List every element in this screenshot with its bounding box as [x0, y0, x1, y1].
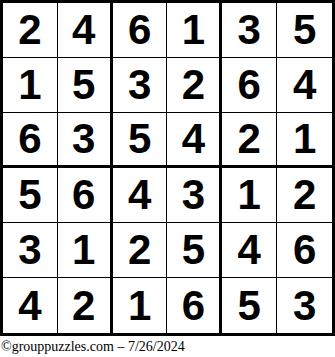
sudoku-cell-r5c1[interactable]: 3	[3, 223, 58, 278]
sudoku-cell-r5c2[interactable]: 1	[58, 223, 113, 278]
sudoku-board: 2 4 6 1 3 5 1 5 3 2 6 4 6 3 5 4 2 1 5 6 …	[0, 0, 335, 336]
sudoku-cell-r1c5[interactable]: 3	[222, 3, 277, 58]
sudoku-cell-r1c1[interactable]: 2	[3, 3, 58, 58]
sudoku-cell-r1c4[interactable]: 1	[167, 3, 222, 58]
sudoku-cell-r6c1[interactable]: 4	[3, 278, 58, 333]
sudoku-cell-r4c4[interactable]: 3	[167, 168, 222, 223]
sudoku-cell-r2c6[interactable]: 4	[277, 58, 332, 113]
sudoku-cell-r3c1[interactable]: 6	[3, 113, 58, 168]
sudoku-cell-r6c3[interactable]: 1	[113, 278, 168, 333]
sudoku-cell-r3c3[interactable]: 5	[113, 113, 168, 168]
sudoku-cell-r2c2[interactable]: 5	[58, 58, 113, 113]
sudoku-cell-r1c2[interactable]: 4	[58, 3, 113, 58]
sudoku-cell-r3c4[interactable]: 4	[167, 113, 222, 168]
sudoku-cell-r5c6[interactable]: 6	[277, 223, 332, 278]
sudoku-cell-r4c3[interactable]: 4	[113, 168, 168, 223]
copyright-caption: ©grouppuzzles.com – 7/26/2024	[1, 339, 185, 355]
sudoku-cell-r1c3[interactable]: 6	[113, 3, 168, 58]
sudoku-cell-r2c1[interactable]: 1	[3, 58, 58, 113]
sudoku-cell-r6c2[interactable]: 2	[58, 278, 113, 333]
sudoku-cell-r3c2[interactable]: 3	[58, 113, 113, 168]
sudoku-cell-r5c4[interactable]: 5	[167, 223, 222, 278]
sudoku-cell-r6c4[interactable]: 6	[167, 278, 222, 333]
sudoku-cell-r2c4[interactable]: 2	[167, 58, 222, 113]
sudoku-cell-r1c6[interactable]: 5	[277, 3, 332, 58]
sudoku-cell-r3c6[interactable]: 1	[277, 113, 332, 168]
sudoku-cell-r2c5[interactable]: 6	[222, 58, 277, 113]
sudoku-cell-r6c5[interactable]: 5	[222, 278, 277, 333]
sudoku-cell-r2c3[interactable]: 3	[113, 58, 168, 113]
sudoku-cell-r5c3[interactable]: 2	[113, 223, 168, 278]
sudoku-cell-r4c1[interactable]: 5	[3, 168, 58, 223]
sudoku-cell-r4c5[interactable]: 1	[222, 168, 277, 223]
sudoku-cell-r6c6[interactable]: 3	[277, 278, 332, 333]
sudoku-cell-r3c5[interactable]: 2	[222, 113, 277, 168]
sudoku-cell-r4c2[interactable]: 6	[58, 168, 113, 223]
sudoku-cell-r4c6[interactable]: 2	[277, 168, 332, 223]
sudoku-cell-r5c5[interactable]: 4	[222, 223, 277, 278]
